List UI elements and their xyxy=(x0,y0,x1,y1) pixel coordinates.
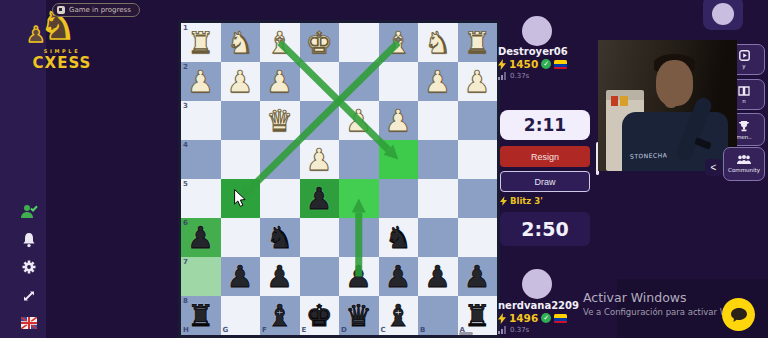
player-bottom-rating: 1496 xyxy=(509,312,538,324)
square-b8[interactable]: B xyxy=(418,296,458,335)
chat-bubble-button[interactable] xyxy=(722,298,755,331)
square-a2[interactable]: ♟ xyxy=(458,62,498,101)
square-b4[interactable] xyxy=(418,140,458,179)
mouse-cursor xyxy=(233,189,247,211)
bolt-icon xyxy=(498,59,506,70)
avatar xyxy=(712,3,734,25)
online-status-icon[interactable] xyxy=(19,202,39,220)
piece-white-pawn[interactable]: ♟ xyxy=(385,106,412,136)
square-h5[interactable]: 5 xyxy=(181,179,221,218)
piece-white-pawn[interactable]: ♟ xyxy=(306,145,333,175)
square-a3[interactable] xyxy=(458,101,498,140)
resign-button[interactable]: Resign xyxy=(500,146,590,167)
account-button[interactable] xyxy=(703,0,743,30)
square-f8[interactable]: F♝ xyxy=(260,296,300,335)
shirt-text: STONECHA xyxy=(630,151,668,159)
draw-button[interactable]: Draw xyxy=(500,171,590,192)
player-top-ping-row: 0.37s xyxy=(498,72,529,80)
square-c7[interactable]: ♟ xyxy=(379,257,419,296)
webcam-video[interactable]: STONECHA xyxy=(598,40,737,171)
square-c4[interactable] xyxy=(379,140,419,179)
time-control-label: Blitz 3' xyxy=(510,196,543,206)
nav-label-fragment: n xyxy=(742,98,746,104)
piece-white-rook[interactable]: ♜ xyxy=(464,28,491,58)
square-a5[interactable] xyxy=(458,179,498,218)
player-bottom-ping: 0.37s xyxy=(510,326,529,334)
square-b1[interactable]: ♞ xyxy=(418,23,458,62)
piece-white-pawn[interactable]: ♟ xyxy=(345,106,372,136)
rank-label: 6 xyxy=(183,219,188,227)
square-a4[interactable] xyxy=(458,140,498,179)
player-top-name[interactable]: Destroyer06 xyxy=(498,46,568,57)
rank-label: 8 xyxy=(183,297,188,305)
piece-white-knight[interactable]: ♞ xyxy=(227,28,254,58)
piece-white-pawn[interactable]: ♟ xyxy=(187,67,214,97)
square-a7[interactable]: ♟ xyxy=(458,257,498,296)
piece-black-pawn[interactable]: ♟ xyxy=(306,184,333,214)
piece-black-pawn[interactable]: ♟ xyxy=(187,223,214,253)
file-label: E xyxy=(302,326,307,334)
square-e3[interactable] xyxy=(300,101,340,140)
square-h1[interactable]: 1♜ xyxy=(181,23,221,62)
piece-white-king[interactable]: ♚ xyxy=(306,28,333,58)
square-e4[interactable]: ♟ xyxy=(300,140,340,179)
speech-bubble-icon xyxy=(730,307,748,323)
square-h3[interactable]: 3 xyxy=(181,101,221,140)
square-a1[interactable]: ♜ xyxy=(458,23,498,62)
signal-bars-icon xyxy=(498,72,507,80)
square-d1[interactable] xyxy=(339,23,379,62)
piece-black-pawn[interactable]: ♟ xyxy=(464,262,491,292)
square-f6[interactable]: ♞ xyxy=(260,218,300,257)
rank-label: 3 xyxy=(183,102,188,110)
square-g6[interactable] xyxy=(221,218,261,257)
play-icon xyxy=(739,50,750,61)
piece-white-pawn[interactable]: ♟ xyxy=(424,67,451,97)
square-d4[interactable] xyxy=(339,140,379,179)
colombia-flag-icon xyxy=(554,60,567,69)
piece-white-pawn[interactable]: ♟ xyxy=(227,67,254,97)
expand-arrows-icon[interactable] xyxy=(19,287,39,305)
square-a6[interactable] xyxy=(458,218,498,257)
square-d7[interactable]: ♟ xyxy=(339,257,379,296)
file-label: C xyxy=(381,326,386,334)
piece-black-pawn[interactable]: ♟ xyxy=(266,262,293,292)
square-d6[interactable] xyxy=(339,218,379,257)
avatar[interactable] xyxy=(522,16,552,46)
community-people-icon xyxy=(736,155,752,165)
square-e2[interactable] xyxy=(300,62,340,101)
piece-black-pawn[interactable]: ♟ xyxy=(227,262,254,292)
file-label: F xyxy=(262,326,267,334)
settings-gear-icon[interactable] xyxy=(19,258,39,276)
rank-label: 4 xyxy=(183,141,188,149)
square-e8[interactable]: E♚ xyxy=(300,296,340,335)
player-top-rating: 1450 xyxy=(509,58,538,70)
time-control: Blitz 3' xyxy=(500,196,543,206)
board[interactable]: 1♜♞♝♚♝♞♜2♟♟♟♟♟3♛♟♟4♟5♟6♟♞♞7♟♟♟♟♟♟8H♜GF♝E… xyxy=(181,23,497,335)
piece-black-pawn[interactable]: ♟ xyxy=(385,262,412,292)
square-d8[interactable]: D♛ xyxy=(339,296,379,335)
signal-bars-icon xyxy=(498,326,507,334)
file-label: A xyxy=(460,326,465,334)
square-h4[interactable]: 4 xyxy=(181,140,221,179)
piece-black-knight[interactable]: ♞ xyxy=(266,223,293,253)
square-e6[interactable] xyxy=(300,218,340,257)
piece-black-queen[interactable]: ♛ xyxy=(345,301,372,331)
piece-black-rook[interactable]: ♜ xyxy=(464,301,491,331)
square-b2[interactable]: ♟ xyxy=(418,62,458,101)
trophy-icon xyxy=(738,120,750,132)
square-c5[interactable] xyxy=(379,179,419,218)
piece-white-rook[interactable]: ♜ xyxy=(187,28,214,58)
square-g2[interactable]: ♟ xyxy=(221,62,261,101)
rank-label: 5 xyxy=(183,180,188,188)
player-top-rating-row: 1450 ✓ xyxy=(498,58,567,70)
square-d5[interactable] xyxy=(339,179,379,218)
board-grid: 1♜♞♝♚♝♞♜2♟♟♟♟♟3♛♟♟4♟5♟6♟♞♞7♟♟♟♟♟♟8H♜GF♝E… xyxy=(181,23,497,335)
piece-white-queen[interactable]: ♛ xyxy=(266,106,293,136)
game-status-label: Game in progress xyxy=(69,6,131,14)
square-c6[interactable]: ♞ xyxy=(379,218,419,257)
square-b3[interactable] xyxy=(418,101,458,140)
piece-white-pawn[interactable]: ♟ xyxy=(266,67,293,97)
square-e7[interactable] xyxy=(300,257,340,296)
game-icon xyxy=(57,6,65,14)
piece-white-bishop[interactable]: ♝ xyxy=(385,28,412,58)
square-d2[interactable] xyxy=(339,62,379,101)
square-c3[interactable]: ♟ xyxy=(379,101,419,140)
verified-badge-icon: ✓ xyxy=(541,59,551,69)
language-flag-icon[interactable] xyxy=(19,314,39,332)
square-c1[interactable]: ♝ xyxy=(379,23,419,62)
piece-black-king[interactable]: ♚ xyxy=(306,301,333,331)
file-label: H xyxy=(183,326,189,334)
piece-black-rook[interactable]: ♜ xyxy=(187,301,214,331)
bolt-icon xyxy=(498,313,506,324)
square-b5[interactable] xyxy=(418,179,458,218)
square-b7[interactable]: ♟ xyxy=(418,257,458,296)
square-g3[interactable] xyxy=(221,101,261,140)
game-status-badge: Game in progress xyxy=(52,3,140,17)
square-e1[interactable]: ♚ xyxy=(300,23,340,62)
square-d3[interactable]: ♟ xyxy=(339,101,379,140)
piece-white-bishop[interactable]: ♝ xyxy=(266,28,293,58)
notifications-bell-icon[interactable] xyxy=(19,231,39,249)
piece-white-knight[interactable]: ♞ xyxy=(424,28,451,58)
rank-label: 7 xyxy=(183,258,188,266)
piece-black-pawn[interactable]: ♟ xyxy=(424,262,451,292)
square-c2[interactable] xyxy=(379,62,419,101)
nav-button-community[interactable]: Community xyxy=(723,147,765,181)
player-bottom-ping-row: 0.37s xyxy=(498,326,529,334)
rank-label: 1 xyxy=(183,24,188,32)
square-b6[interactable] xyxy=(418,218,458,257)
file-label: G xyxy=(223,326,229,334)
rank-label: 2 xyxy=(183,63,188,71)
square-f4[interactable] xyxy=(260,140,300,179)
white-clock: 2:11 xyxy=(500,110,590,140)
person-hand xyxy=(664,92,678,108)
square-h2[interactable]: 2♟ xyxy=(181,62,221,101)
square-h7[interactable]: 7 xyxy=(181,257,221,296)
file-label: D xyxy=(341,326,347,334)
nav-label-fragment: y xyxy=(742,63,745,69)
nav-label: Community xyxy=(728,167,760,173)
fridge-magnet xyxy=(611,96,618,106)
square-f3[interactable]: ♛ xyxy=(260,101,300,140)
fridge-magnet xyxy=(620,96,628,106)
square-f1[interactable]: ♝ xyxy=(260,23,300,62)
verified-badge-icon: ✓ xyxy=(541,313,551,323)
windows-watermark-title: Activar Windows xyxy=(583,290,687,305)
square-a8[interactable]: A♜ xyxy=(458,296,498,335)
piece-black-knight[interactable]: ♞ xyxy=(385,223,412,253)
square-h6[interactable]: 6♟ xyxy=(181,218,221,257)
avatar[interactable] xyxy=(522,269,552,299)
square-g8[interactable]: G xyxy=(221,296,261,335)
piece-black-pawn[interactable]: ♟ xyxy=(345,262,372,292)
square-f5[interactable] xyxy=(260,179,300,218)
piece-black-bishop[interactable]: ♝ xyxy=(266,301,293,331)
square-f2[interactable]: ♟ xyxy=(260,62,300,101)
bolt-icon xyxy=(500,196,507,206)
square-e5[interactable]: ♟ xyxy=(300,179,340,218)
colombia-flag-icon xyxy=(554,314,567,323)
book-icon xyxy=(738,86,750,96)
player-bottom-name[interactable]: nerdvana2209 xyxy=(498,300,579,311)
square-f7[interactable]: ♟ xyxy=(260,257,300,296)
file-label: B xyxy=(420,326,425,334)
player-bottom-rating-row: 1496 ✓ xyxy=(498,312,567,324)
nav-label-fragment: men.. xyxy=(736,134,752,140)
black-clock: 2:50 xyxy=(500,212,590,246)
collapse-chevron-button[interactable]: < xyxy=(705,159,722,176)
logo-text-big: CXESS xyxy=(12,54,112,72)
player-top-ping: 0.37s xyxy=(510,72,529,80)
square-c8[interactable]: C♝ xyxy=(379,296,419,335)
square-h8[interactable]: 8H♜ xyxy=(181,296,221,335)
piece-black-bishop[interactable]: ♝ xyxy=(385,301,412,331)
piece-white-pawn[interactable]: ♟ xyxy=(464,67,491,97)
square-g4[interactable] xyxy=(221,140,261,179)
square-g1[interactable]: ♞ xyxy=(221,23,261,62)
square-g7[interactable]: ♟ xyxy=(221,257,261,296)
